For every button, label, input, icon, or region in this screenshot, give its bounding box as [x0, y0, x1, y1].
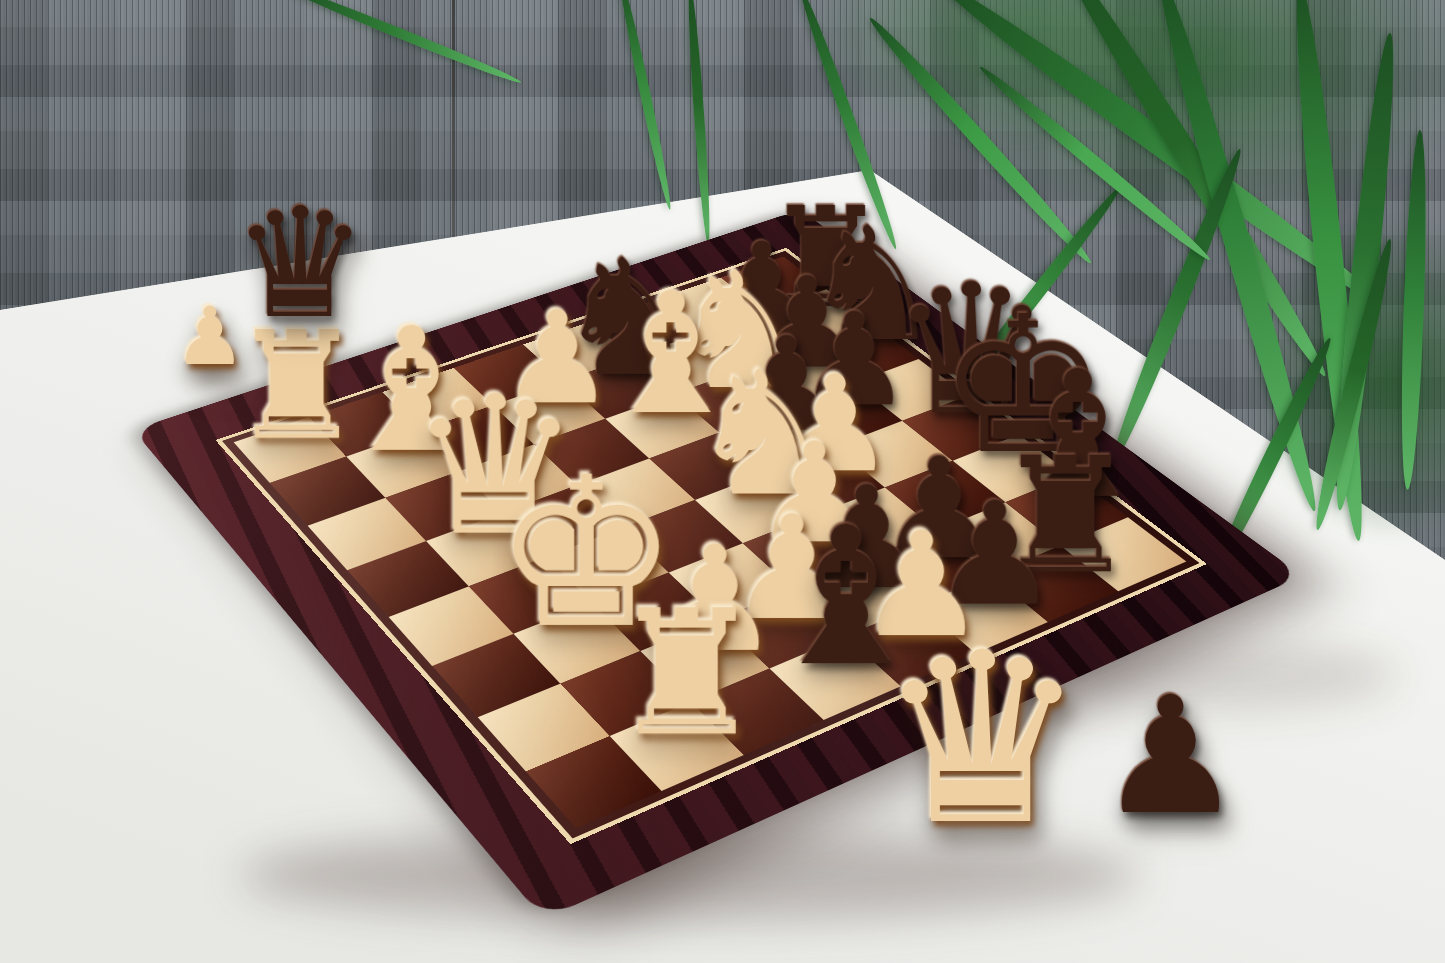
white-extra-queen[interactable]: ♛ [876, 628, 1088, 852]
product-photo-scene: ♜♝♟♞♟♜♝♞♟♞♛♟♟♞♟♛♚♟♚♟♟♟♟♝♜♝♟♟♜ ♛♟♛♟ [0, 0, 1445, 963]
white-captured-pawn[interactable]: ♟ [174, 299, 246, 375]
black-extra-queen[interactable]: ♛ [232, 192, 368, 336]
white-rook-b1[interactable]: ♜ [610, 592, 765, 756]
black-captured-pawn[interactable]: ♟ [1098, 680, 1243, 834]
wall-panel-seam [452, 0, 455, 255]
